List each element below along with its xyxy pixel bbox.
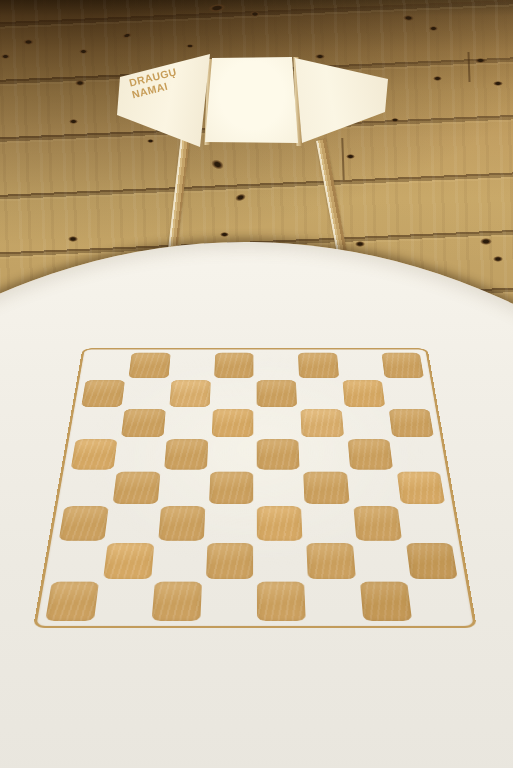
- square-a8[interactable]: [84, 352, 130, 379]
- wood-knot: [493, 81, 503, 86]
- square-d7[interactable]: [211, 379, 255, 408]
- wood-square: [212, 409, 254, 438]
- wood-square: [298, 353, 339, 379]
- square-b7[interactable]: [123, 379, 169, 408]
- square-d8[interactable]: [212, 352, 255, 379]
- square-b2[interactable]: [101, 542, 156, 581]
- square-g6[interactable]: [343, 408, 391, 438]
- wood-square: [158, 506, 205, 540]
- wood-square: [45, 582, 99, 621]
- square-d6[interactable]: [210, 408, 255, 438]
- wood-knot: [346, 154, 355, 159]
- square-h8[interactable]: [380, 352, 426, 379]
- wood-square: [257, 439, 300, 469]
- board-grid: [43, 352, 467, 622]
- square-a4[interactable]: [63, 471, 115, 505]
- wood-square: [151, 582, 202, 621]
- wood-knot: [23, 39, 34, 45]
- square-g2[interactable]: [354, 542, 409, 581]
- wood-knot: [79, 49, 88, 54]
- wood-knot: [429, 26, 438, 31]
- square-g1[interactable]: [357, 581, 414, 623]
- square-e5[interactable]: [255, 438, 302, 470]
- square-d5[interactable]: [208, 438, 255, 470]
- wood-square: [81, 380, 125, 407]
- square-b1[interactable]: [96, 581, 153, 623]
- wood-square: [257, 582, 306, 621]
- wood-square: [209, 472, 253, 504]
- square-e7[interactable]: [255, 379, 299, 408]
- wood-square: [347, 439, 393, 469]
- wood-square: [257, 380, 298, 407]
- wood-square: [113, 472, 160, 504]
- square-g8[interactable]: [338, 352, 383, 379]
- wood-knot: [250, 11, 260, 17]
- square-d4[interactable]: [207, 471, 255, 505]
- wood-knot: [220, 232, 229, 237]
- wood-knot: [433, 76, 442, 81]
- wood-square: [406, 543, 458, 580]
- wood-square: [306, 543, 355, 580]
- square-e8[interactable]: [255, 352, 298, 379]
- square-c3[interactable]: [156, 505, 207, 542]
- wood-knot: [315, 54, 325, 59]
- chessboard-surface: [33, 348, 477, 628]
- wood-knot: [68, 236, 78, 242]
- square-g3[interactable]: [351, 505, 404, 542]
- wood-square: [214, 353, 253, 379]
- square-f1[interactable]: [306, 581, 361, 623]
- square-b4[interactable]: [111, 471, 162, 505]
- square-c7[interactable]: [167, 379, 212, 408]
- square-c2[interactable]: [153, 542, 206, 581]
- square-e3[interactable]: [255, 505, 305, 542]
- square-a3[interactable]: [57, 505, 111, 542]
- square-e4[interactable]: [255, 471, 303, 505]
- square-g5[interactable]: [345, 438, 394, 470]
- wood-square: [388, 409, 433, 438]
- square-g4[interactable]: [348, 471, 399, 505]
- wood-knot: [75, 80, 85, 86]
- square-h5[interactable]: [391, 438, 442, 470]
- wood-square: [169, 380, 211, 407]
- square-a7[interactable]: [79, 379, 127, 408]
- square-h6[interactable]: [387, 408, 436, 438]
- square-c4[interactable]: [159, 471, 208, 505]
- wood-knot: [493, 256, 503, 262]
- square-f5[interactable]: [300, 438, 348, 470]
- wood-square: [164, 439, 208, 469]
- square-a1[interactable]: [43, 581, 101, 623]
- wood-knot: [1, 54, 10, 59]
- wood-knot: [475, 58, 486, 63]
- wood-knot: [186, 44, 194, 48]
- wood-square: [103, 543, 154, 580]
- wood-square: [121, 409, 165, 438]
- wood-square: [397, 472, 446, 504]
- wood-square: [206, 543, 253, 580]
- square-h4[interactable]: [395, 471, 447, 505]
- square-f7[interactable]: [298, 379, 343, 408]
- square-h2[interactable]: [404, 542, 460, 581]
- square-b5[interactable]: [115, 438, 164, 470]
- wood-square: [303, 472, 349, 504]
- square-c8[interactable]: [170, 352, 214, 379]
- square-e2[interactable]: [255, 542, 306, 581]
- wood-square: [353, 506, 402, 540]
- wood-knot: [69, 119, 78, 124]
- square-f8[interactable]: [297, 352, 341, 379]
- wood-square: [301, 409, 344, 438]
- chessboard[interactable]: [33, 348, 477, 628]
- wood-square: [381, 353, 424, 379]
- scene-photo: DRAUGŲ NAMAI: [0, 0, 513, 768]
- wood-square: [129, 353, 171, 379]
- square-f6[interactable]: [299, 408, 345, 438]
- square-a6[interactable]: [74, 408, 123, 438]
- square-c1[interactable]: [149, 581, 204, 623]
- wood-square: [342, 380, 385, 407]
- square-h1[interactable]: [409, 581, 467, 623]
- wood-knot: [480, 238, 492, 245]
- square-c6[interactable]: [165, 408, 211, 438]
- square-g7[interactable]: [340, 379, 386, 408]
- wood-square: [59, 506, 109, 540]
- wood-knot: [147, 139, 154, 143]
- square-h7[interactable]: [383, 379, 431, 408]
- sign-panel-center: [202, 53, 302, 147]
- square-e6[interactable]: [255, 408, 300, 438]
- square-d3[interactable]: [205, 505, 255, 542]
- square-b8[interactable]: [127, 352, 172, 379]
- square-a5[interactable]: [69, 438, 120, 470]
- wood-square: [257, 506, 303, 540]
- wood-square: [71, 439, 118, 469]
- square-f2[interactable]: [305, 542, 358, 581]
- square-c5[interactable]: [162, 438, 210, 470]
- square-f4[interactable]: [302, 471, 351, 505]
- wood-knot: [391, 118, 399, 122]
- square-h3[interactable]: [399, 505, 453, 542]
- square-b3[interactable]: [106, 505, 159, 542]
- square-d1[interactable]: [202, 581, 255, 623]
- square-a2[interactable]: [50, 542, 106, 581]
- wood-knot: [355, 241, 365, 247]
- square-d2[interactable]: [204, 542, 255, 581]
- square-e1[interactable]: [255, 581, 308, 623]
- square-b6[interactable]: [119, 408, 167, 438]
- square-f3[interactable]: [303, 505, 354, 542]
- wood-square: [359, 582, 411, 621]
